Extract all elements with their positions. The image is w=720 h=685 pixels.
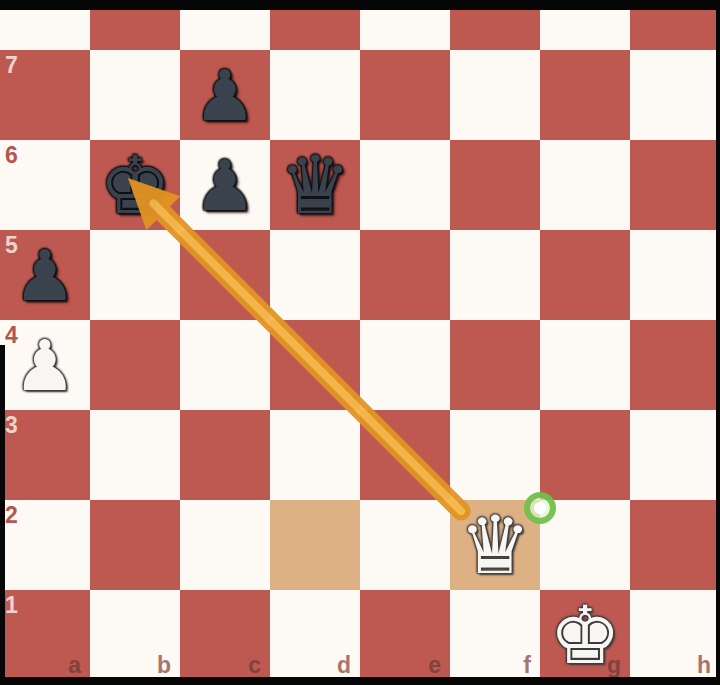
square-e7[interactable] (360, 50, 450, 140)
square-b3[interactable] (90, 410, 180, 500)
square-f1[interactable]: f (450, 590, 540, 677)
left-edge-strip (0, 345, 5, 677)
square-c3[interactable] (180, 410, 270, 500)
square-d2[interactable] (270, 500, 360, 590)
square-e5[interactable] (360, 230, 450, 320)
square-e8[interactable] (360, 10, 450, 50)
square-e4[interactable] (360, 320, 450, 410)
piece-black-pawn-c7[interactable]: ♟ (180, 50, 270, 140)
square-a2[interactable]: 2 (0, 500, 90, 590)
chess-app-screen: 87654321abcdefgh ♟♚♟♛♟♟♛♚ (0, 0, 720, 685)
square-g4[interactable] (540, 320, 630, 410)
square-f8[interactable] (450, 10, 540, 50)
square-e2[interactable] (360, 500, 450, 590)
square-f7[interactable] (450, 50, 540, 140)
square-e3[interactable] (360, 410, 450, 500)
square-g5[interactable] (540, 230, 630, 320)
square-d5[interactable] (270, 230, 360, 320)
file-label-a: a (68, 654, 81, 677)
square-a3[interactable]: 3 (0, 410, 90, 500)
square-a6[interactable]: 6 (0, 140, 90, 230)
square-c8[interactable] (180, 10, 270, 50)
square-c2[interactable] (180, 500, 270, 590)
square-f3[interactable] (450, 410, 540, 500)
square-h7[interactable] (630, 50, 716, 140)
square-h4[interactable] (630, 320, 716, 410)
file-label-e: e (428, 654, 441, 677)
piece-white-king-g1[interactable]: ♚ (540, 590, 630, 677)
square-b4[interactable] (90, 320, 180, 410)
piece-black-pawn-a5[interactable]: ♟ (0, 230, 90, 320)
square-f6[interactable] (450, 140, 540, 230)
square-h3[interactable] (630, 410, 716, 500)
file-label-d: d (337, 654, 351, 677)
square-h8[interactable] (630, 10, 716, 50)
square-g8[interactable] (540, 10, 630, 50)
square-b2[interactable] (90, 500, 180, 590)
rank-label-3: 3 (5, 412, 18, 438)
square-d8[interactable] (270, 10, 360, 50)
piece-white-pawn-a4[interactable]: ♟ (0, 320, 90, 410)
square-d3[interactable] (270, 410, 360, 500)
file-label-f: f (523, 654, 531, 677)
rank-label-7: 7 (5, 52, 18, 78)
piece-black-pawn-c6[interactable]: ♟ (180, 140, 270, 230)
rank-label-6: 6 (5, 142, 18, 168)
square-a7[interactable]: 7 (0, 50, 90, 140)
square-c4[interactable] (180, 320, 270, 410)
square-h5[interactable] (630, 230, 716, 320)
square-b1[interactable]: b (90, 590, 180, 677)
square-h2[interactable] (630, 500, 716, 590)
square-b5[interactable] (90, 230, 180, 320)
piece-black-king-b6[interactable]: ♚ (90, 140, 180, 230)
square-f5[interactable] (450, 230, 540, 320)
square-a1[interactable]: 1a (0, 590, 90, 677)
square-c5[interactable] (180, 230, 270, 320)
file-label-c: c (248, 654, 261, 677)
square-d4[interactable] (270, 320, 360, 410)
square-e1[interactable]: e (360, 590, 450, 677)
rank-label-2: 2 (5, 502, 18, 528)
square-e6[interactable] (360, 140, 450, 230)
square-a8[interactable]: 8 (0, 10, 90, 50)
square-d1[interactable]: d (270, 590, 360, 677)
square-c1[interactable]: c (180, 590, 270, 677)
square-g3[interactable] (540, 410, 630, 500)
file-label-h: h (697, 654, 711, 677)
board-viewport: 87654321abcdefgh ♟♚♟♛♟♟♛♚ (0, 10, 716, 677)
file-label-b: b (157, 654, 171, 677)
square-g6[interactable] (540, 140, 630, 230)
square-d7[interactable] (270, 50, 360, 140)
rank-label-1: 1 (5, 592, 18, 618)
square-b8[interactable] (90, 10, 180, 50)
square-b7[interactable] (90, 50, 180, 140)
chess-board: 87654321abcdefgh (0, 10, 716, 677)
square-h1[interactable]: h (630, 590, 716, 677)
square-h6[interactable] (630, 140, 716, 230)
piece-black-queen-d6[interactable]: ♛ (270, 140, 360, 230)
square-g7[interactable] (540, 50, 630, 140)
piece-white-queen-f2[interactable]: ♛ (450, 500, 540, 590)
square-f4[interactable] (450, 320, 540, 410)
square-g2[interactable] (540, 500, 630, 590)
